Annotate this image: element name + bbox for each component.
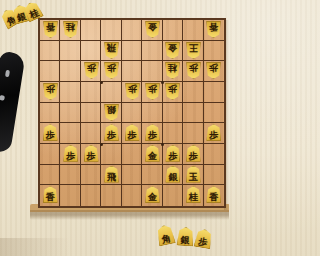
board-square-r4c4[interactable] [101,82,121,103]
hoshi-dot [100,81,103,84]
glare-highlight [5,70,10,78]
table-corner-shadow [0,238,70,256]
board-square-r7c9[interactable] [204,144,224,165]
board-square-r7c4[interactable] [101,144,121,165]
board-square-r7c1[interactable] [40,144,60,165]
board-square-r3c1[interactable] [40,61,60,82]
board-square-r3c2[interactable] [60,61,80,82]
board-square-r8c1[interactable] [40,165,60,186]
board-square-r6c3[interactable] [81,123,101,144]
board-square-r5c8[interactable] [183,103,203,124]
board-square-r2c1[interactable] [40,41,60,62]
hoshi-dot [161,143,164,146]
board-square-r1c8[interactable] [183,20,203,41]
board-square-r9c2[interactable] [60,185,80,206]
board-square-r2c5[interactable] [122,41,142,62]
board-square-r6c7[interactable] [163,123,183,144]
board-square-r1c3[interactable] [81,20,101,41]
board-square-r2c6[interactable] [142,41,162,62]
board-square-r2c9[interactable] [204,41,224,62]
board-square-r4c8[interactable] [183,82,203,103]
hoshi-dot [100,143,103,146]
board-square-r7c5[interactable] [122,144,142,165]
board-square-r3c5[interactable] [122,61,142,82]
board-square-r5c2[interactable] [60,103,80,124]
board-square-r8c2[interactable] [60,165,80,186]
board-square-r8c5[interactable] [122,165,142,186]
captured-piece-pawn[interactable]: 歩 [193,228,213,250]
captured-piece-bishop[interactable]: 角 [155,223,176,246]
board-square-r9c3[interactable] [81,185,101,206]
table-scene: { "game": "shogi", "scene": { "descripti… [0,0,229,256]
board-square-r1c4[interactable] [101,20,121,41]
board-square-r2c3[interactable] [81,41,101,62]
glare-highlight [0,95,5,101]
board-square-r9c5[interactable] [122,185,142,206]
board-square-r2c2[interactable] [60,41,80,62]
board-square-r8c9[interactable] [204,165,224,186]
board-square-r3c6[interactable] [142,61,162,82]
board-square-r8c3[interactable] [81,165,101,186]
board-square-r5c3[interactable] [81,103,101,124]
board-square-r5c1[interactable] [40,103,60,124]
board-square-r5c7[interactable] [163,103,183,124]
board-square-r5c9[interactable] [204,103,224,124]
shogi-board: 香桂金香飛金王歩歩桂歩歩歩歩歩歩銀歩歩歩歩歩歩歩金歩歩飛銀玉香金桂香 [38,18,226,208]
board-square-r4c2[interactable] [60,82,80,103]
captured-piece-silver[interactable]: 銀 [176,226,194,246]
dark-object [0,51,26,154]
board-square-r1c5[interactable] [122,20,142,41]
board-square-r8c6[interactable] [142,165,162,186]
board-square-r6c2[interactable] [60,123,80,144]
hoshi-dot [161,81,164,84]
board-square-r9c7[interactable] [163,185,183,206]
board-square-r5c6[interactable] [142,103,162,124]
board-square-r4c9[interactable] [204,82,224,103]
board-square-r1c7[interactable] [163,20,183,41]
board-square-r5c5[interactable] [122,103,142,124]
board-square-r6c8[interactable] [183,123,203,144]
board-square-r9c4[interactable] [101,185,121,206]
board-square-r4c3[interactable] [81,82,101,103]
